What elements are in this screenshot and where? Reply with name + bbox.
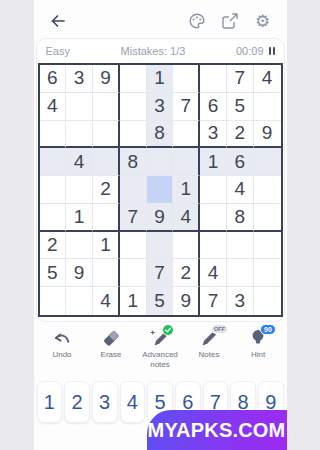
cell-r3c9[interactable]: 9: [254, 121, 281, 149]
cell-r2c2[interactable]: [66, 93, 93, 121]
cell-r1c7[interactable]: [200, 65, 227, 93]
cell-r2c1[interactable]: 4: [40, 93, 67, 121]
palette-icon: [187, 11, 207, 31]
cell-r2c4[interactable]: [120, 93, 147, 121]
numpad-key-4[interactable]: 4: [120, 381, 146, 423]
cell-r5c9[interactable]: [254, 176, 281, 204]
cell-r9c2[interactable]: [66, 287, 93, 315]
pause-button[interactable]: [269, 47, 275, 55]
cell-r2c9[interactable]: [254, 93, 281, 121]
cell-r7c6[interactable]: [173, 232, 200, 260]
cell-r8c6[interactable]: 2: [173, 259, 200, 287]
cell-r8c1[interactable]: 5: [40, 259, 67, 287]
cell-r4c2[interactable]: 4: [66, 148, 93, 176]
cell-r1c2[interactable]: 3: [66, 65, 93, 93]
cell-r9c4[interactable]: 1: [120, 287, 147, 315]
advanced-notes-on-badge: [162, 324, 174, 336]
hint-button[interactable]: 90 Hint: [234, 328, 282, 360]
erase-label: Erase: [101, 350, 122, 360]
cell-r3c4[interactable]: [120, 121, 147, 149]
notes-off-badge: OFF: [211, 324, 228, 334]
advanced-notes-label: Advanced notes: [136, 350, 184, 369]
status-row: Easy Mistakes: 1/3 00:09: [37, 39, 284, 63]
cell-r7c7[interactable]: [200, 232, 227, 260]
cell-r4c3[interactable]: [93, 148, 120, 176]
settings-button[interactable]: ⚙: [251, 9, 275, 33]
cell-r4c7[interactable]: 1: [200, 148, 227, 176]
eraser-icon: [101, 328, 121, 347]
toolbar: Undo Erase: [34, 328, 287, 376]
cell-r2c8[interactable]: 5: [227, 93, 254, 121]
cell-r4c6[interactable]: [173, 148, 200, 176]
cell-r3c2[interactable]: [66, 121, 93, 149]
cell-r5c8[interactable]: 4: [227, 176, 254, 204]
cell-r8c8[interactable]: [227, 259, 254, 287]
cell-r1c8[interactable]: 7: [227, 65, 254, 93]
watermark-banner: MYAPKS.COM: [147, 410, 287, 450]
notes-label: Notes: [199, 350, 220, 360]
check-icon: [164, 326, 172, 334]
cell-r5c4[interactable]: [120, 176, 147, 204]
difficulty-label: Easy: [46, 45, 70, 57]
undo-icon: [52, 328, 72, 347]
advanced-notes-button[interactable]: Advanced notes: [136, 328, 184, 369]
cell-r8c5[interactable]: 7: [147, 259, 174, 287]
cell-r9c8[interactable]: 3: [227, 287, 254, 315]
undo-button[interactable]: Undo: [38, 328, 86, 360]
theme-button[interactable]: [185, 9, 209, 33]
cell-r4c8[interactable]: 6: [227, 148, 254, 176]
mistakes-label: Mistakes: 1/3: [70, 45, 236, 57]
cell-r6c7[interactable]: [200, 204, 227, 232]
cell-r9c9[interactable]: [254, 287, 281, 315]
undo-label: Undo: [52, 350, 71, 360]
back-button[interactable]: [46, 9, 70, 33]
erase-button[interactable]: Erase: [87, 328, 135, 360]
cell-r4c5[interactable]: [147, 148, 174, 176]
cell-r7c9[interactable]: [254, 232, 281, 260]
cell-r3c6[interactable]: [173, 121, 200, 149]
cell-r7c4[interactable]: [120, 232, 147, 260]
numpad-key-3[interactable]: 3: [92, 381, 118, 423]
cell-r5c1[interactable]: [40, 176, 67, 204]
cell-r6c6[interactable]: 4: [173, 204, 200, 232]
numpad-key-1[interactable]: 1: [37, 381, 63, 423]
watermark-text: MYAPKS.COM: [148, 419, 286, 442]
cell-r1c5[interactable]: 1: [147, 65, 174, 93]
share-icon: [220, 11, 240, 31]
sudoku-grid: 6391744376583294816214179482159724415973: [38, 63, 283, 317]
top-bar: ⚙: [34, 6, 287, 36]
cell-r3c1[interactable]: [40, 121, 67, 149]
cell-r6c4[interactable]: 7: [120, 204, 147, 232]
cell-r6c2[interactable]: 1: [66, 204, 93, 232]
cell-r3c7[interactable]: 3: [200, 121, 227, 149]
cell-r4c1[interactable]: [40, 148, 67, 176]
cell-r4c4[interactable]: 8: [120, 148, 147, 176]
cell-r1c3[interactable]: 9: [93, 65, 120, 93]
cell-r7c3[interactable]: 1: [93, 232, 120, 260]
cell-r6c3[interactable]: [93, 204, 120, 232]
cell-r9c1[interactable]: [40, 287, 67, 315]
cell-r6c9[interactable]: [254, 204, 281, 232]
cell-r9c6[interactable]: 9: [173, 287, 200, 315]
cell-r8c2[interactable]: 9: [66, 259, 93, 287]
cell-r6c1[interactable]: [40, 204, 67, 232]
board-card: Easy Mistakes: 1/3 00:09 639174437658329…: [36, 38, 285, 322]
cell-r8c3[interactable]: [93, 259, 120, 287]
cell-r6c8[interactable]: 8: [227, 204, 254, 232]
cell-r6c5[interactable]: 9: [147, 204, 174, 232]
cell-r7c8[interactable]: [227, 232, 254, 260]
cell-r5c3[interactable]: 2: [93, 176, 120, 204]
share-button[interactable]: [218, 9, 242, 33]
cell-r8c7[interactable]: 4: [200, 259, 227, 287]
back-arrow-icon: [48, 11, 68, 31]
hint-count-badge: 90: [260, 324, 276, 335]
gear-icon: ⚙: [255, 13, 270, 30]
cell-r5c7[interactable]: [200, 176, 227, 204]
cell-r9c3[interactable]: 4: [93, 287, 120, 315]
cell-r1c6[interactable]: [173, 65, 200, 93]
cell-r2c3[interactable]: [93, 93, 120, 121]
cell-r4c9[interactable]: [254, 148, 281, 176]
cell-r5c5[interactable]: [147, 176, 174, 204]
cell-r7c1[interactable]: 2: [40, 232, 67, 260]
timer-label: 00:09: [236, 45, 264, 57]
cell-r1c9[interactable]: 4: [254, 65, 281, 93]
cell-r1c1[interactable]: 6: [40, 65, 67, 93]
cell-r9c7[interactable]: 7: [200, 287, 227, 315]
cell-r8c4[interactable]: [120, 259, 147, 287]
cell-r5c2[interactable]: [66, 176, 93, 204]
cell-r7c2[interactable]: [66, 232, 93, 260]
cell-r3c3[interactable]: [93, 121, 120, 149]
numpad-key-2[interactable]: 2: [64, 381, 90, 423]
cell-r5c6[interactable]: 1: [173, 176, 200, 204]
cell-r3c5[interactable]: 8: [147, 121, 174, 149]
notes-button[interactable]: OFF Notes: [185, 328, 233, 360]
cell-r9c5[interactable]: 5: [147, 287, 174, 315]
cell-r1c4[interactable]: [120, 65, 147, 93]
cell-r2c5[interactable]: 3: [147, 93, 174, 121]
cell-r3c8[interactable]: 2: [227, 121, 254, 149]
cell-r2c6[interactable]: 7: [173, 93, 200, 121]
cell-r2c7[interactable]: 6: [200, 93, 227, 121]
sudoku-app: ⚙ Easy Mistakes: 1/3 00:09 6391744376583…: [34, 0, 287, 450]
hint-label: Hint: [251, 350, 265, 360]
cell-r7c5[interactable]: [147, 232, 174, 260]
cell-r8c9[interactable]: [254, 259, 281, 287]
